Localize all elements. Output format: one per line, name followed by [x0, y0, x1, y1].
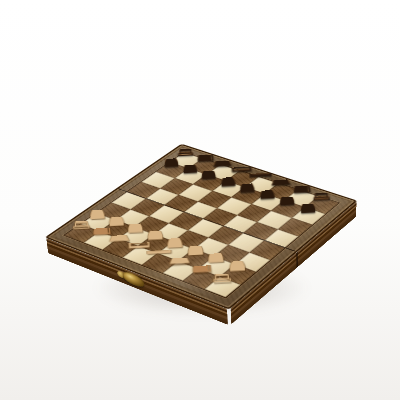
- black-knight-glyph: ♞: [284, 153, 317, 201]
- board-top-frame: ♜♞♝♛♚♝♞♜♟♟♟♟♟♟♟♟♟♟♟♟♟♟♟♟♜♞♝♛♚♝♞♜: [45, 144, 358, 310]
- scene: ♜♞♝♛♚♝♞♜♟♟♟♟♟♟♟♟♟♟♟♟♟♟♟♟♜♞♝♛♚♝♞♜: [0, 0, 400, 400]
- fold-seam-side: [296, 252, 297, 269]
- chess-board: ♜♞♝♛♚♝♞♜♟♟♟♟♟♟♟♟♟♟♟♟♟♟♟♟♜♞♝♛♚♝♞♜: [45, 144, 358, 310]
- black-rook-glyph: ♜: [307, 168, 334, 208]
- black-queen-glyph: ♛: [219, 118, 262, 182]
- product-photo-stage: ♜♞♝♛♚♝♞♜♟♟♟♟♟♟♟♟♟♟♟♟♟♟♟♟♜♞♝♛♚♝♞♜: [0, 0, 400, 400]
- black-rook-glyph: ♜: [173, 125, 198, 162]
